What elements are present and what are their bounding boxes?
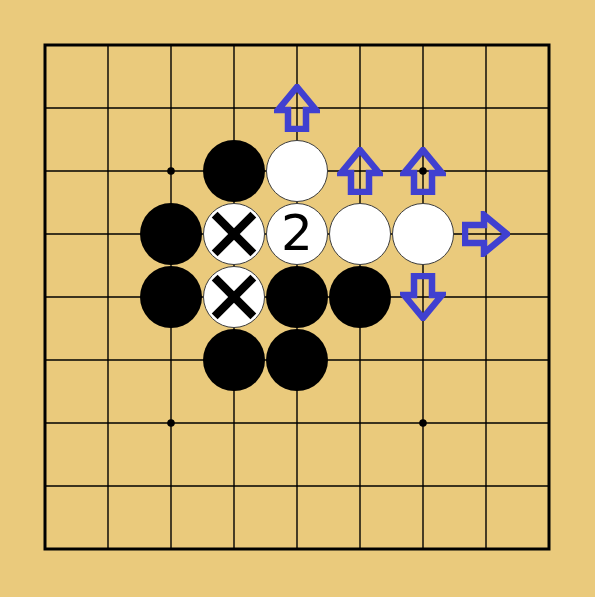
black-stone[interactable]: [203, 329, 266, 392]
arrow-right-glyph: [462, 211, 510, 257]
intersection[interactable]: [329, 14, 392, 77]
intersection[interactable]: [140, 455, 203, 518]
intersection[interactable]: [14, 77, 77, 140]
intersection[interactable]: [518, 518, 581, 581]
intersection[interactable]: [14, 203, 77, 266]
intersection[interactable]: [455, 77, 518, 140]
intersection[interactable]: [140, 392, 203, 455]
intersection[interactable]: [140, 329, 203, 392]
black-stone-body: [203, 329, 265, 391]
arrow-down-glyph: [400, 273, 446, 321]
intersection[interactable]: [392, 77, 455, 140]
white-stone-body: [266, 140, 328, 202]
intersection[interactable]: [14, 392, 77, 455]
liberty-arrow-right-icon: [455, 203, 518, 266]
liberty-arrow-up-icon: [266, 77, 329, 140]
intersection[interactable]: [518, 203, 581, 266]
intersection[interactable]: [14, 329, 77, 392]
black-stone[interactable]: [329, 266, 392, 329]
intersection[interactable]: [14, 140, 77, 203]
intersection[interactable]: [140, 518, 203, 581]
x-mark-icon: [204, 266, 264, 328]
white-stone-body: [329, 203, 391, 265]
white-stone[interactable]: [329, 203, 392, 266]
intersection[interactable]: [392, 329, 455, 392]
intersection[interactable]: [266, 14, 329, 77]
intersection[interactable]: [518, 581, 581, 597]
arrow-up-glyph: [400, 147, 446, 195]
intersection[interactable]: [518, 392, 581, 455]
intersection[interactable]: [455, 329, 518, 392]
intersection[interactable]: [329, 392, 392, 455]
intersection[interactable]: [518, 14, 581, 77]
intersection[interactable]: [77, 266, 140, 329]
intersection[interactable]: [392, 14, 455, 77]
black-stone[interactable]: [266, 266, 329, 329]
liberty-arrow-up-icon: [329, 140, 392, 203]
white-stone[interactable]: [266, 140, 329, 203]
white-stone-body: [203, 203, 265, 265]
intersection[interactable]: [392, 518, 455, 581]
black-stone-body: [140, 203, 202, 265]
white-stone-body: 2: [266, 203, 328, 265]
liberty-arrow-up-icon: [392, 140, 455, 203]
intersection[interactable]: [77, 455, 140, 518]
intersection[interactable]: [518, 140, 581, 203]
go-board: 2: [0, 0, 595, 597]
intersection[interactable]: [455, 14, 518, 77]
white-stone[interactable]: [392, 203, 455, 266]
intersection[interactable]: [203, 14, 266, 77]
intersection[interactable]: [455, 518, 518, 581]
black-stone-body: [266, 329, 328, 391]
intersection[interactable]: [266, 581, 329, 597]
black-stone-body: [329, 266, 391, 328]
intersection[interactable]: [140, 581, 203, 597]
intersection[interactable]: [14, 266, 77, 329]
intersection[interactable]: [203, 392, 266, 455]
intersection[interactable]: [518, 455, 581, 518]
intersection[interactable]: [266, 518, 329, 581]
intersection[interactable]: [140, 14, 203, 77]
intersection[interactable]: [392, 392, 455, 455]
intersection[interactable]: [203, 77, 266, 140]
move-number-label: 2: [281, 208, 313, 258]
intersection[interactable]: [77, 203, 140, 266]
intersection[interactable]: [77, 518, 140, 581]
intersection[interactable]: [203, 518, 266, 581]
intersection[interactable]: [77, 77, 140, 140]
intersection[interactable]: [329, 455, 392, 518]
black-stone[interactable]: [140, 266, 203, 329]
arrow-up-glyph: [274, 84, 320, 132]
intersection[interactable]: [329, 77, 392, 140]
black-stone-body: [266, 266, 328, 328]
intersection[interactable]: [266, 455, 329, 518]
x-mark-icon: [204, 203, 264, 265]
intersection[interactable]: [203, 455, 266, 518]
board-grid-cells: 2: [14, 14, 581, 581]
liberty-arrow-down-icon: [392, 266, 455, 329]
intersection[interactable]: [455, 140, 518, 203]
black-stone-body: [203, 140, 265, 202]
black-stone[interactable]: [203, 140, 266, 203]
intersection[interactable]: [455, 581, 518, 597]
intersection[interactable]: [14, 14, 77, 77]
intersection[interactable]: [329, 518, 392, 581]
intersection[interactable]: [518, 266, 581, 329]
black-stone[interactable]: [140, 203, 203, 266]
white-stone[interactable]: 2: [266, 203, 329, 266]
white-stone[interactable]: [203, 266, 266, 329]
intersection[interactable]: [77, 392, 140, 455]
intersection[interactable]: [518, 329, 581, 392]
white-stone-body: [392, 203, 454, 265]
intersection[interactable]: [14, 455, 77, 518]
intersection[interactable]: [77, 581, 140, 597]
intersection[interactable]: [455, 392, 518, 455]
intersection[interactable]: [329, 329, 392, 392]
intersection[interactable]: [455, 266, 518, 329]
intersection[interactable]: [77, 140, 140, 203]
intersection[interactable]: [14, 581, 77, 597]
intersection[interactable]: [77, 14, 140, 77]
intersection[interactable]: [329, 581, 392, 597]
intersection[interactable]: [14, 518, 77, 581]
intersection[interactable]: [518, 77, 581, 140]
black-stone[interactable]: [266, 329, 329, 392]
intersection[interactable]: [392, 581, 455, 597]
intersection[interactable]: [140, 77, 203, 140]
intersection[interactable]: [266, 392, 329, 455]
arrow-up-glyph: [337, 147, 383, 195]
white-stone-body: [203, 266, 265, 328]
intersection[interactable]: [77, 329, 140, 392]
intersection[interactable]: [392, 455, 455, 518]
black-stone-body: [140, 266, 202, 328]
white-stone[interactable]: [203, 203, 266, 266]
intersection[interactable]: [455, 455, 518, 518]
intersection[interactable]: [203, 581, 266, 597]
intersection[interactable]: [140, 140, 203, 203]
